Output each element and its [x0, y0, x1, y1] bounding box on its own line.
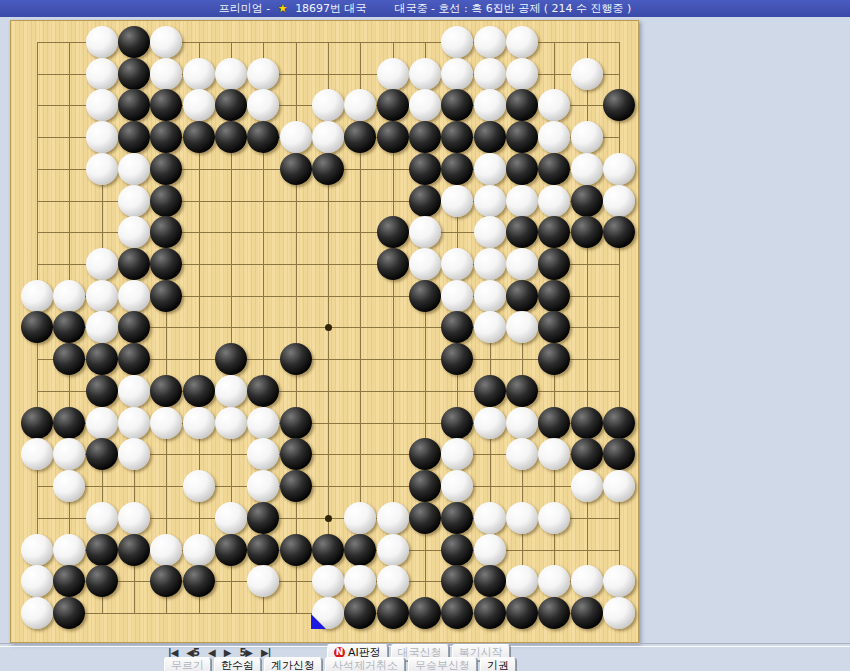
white-stone [441, 470, 473, 502]
white-stone [571, 121, 603, 153]
white-stone [312, 565, 344, 597]
white-stone [247, 438, 279, 470]
black-stone [441, 121, 473, 153]
black-stone [506, 280, 538, 312]
white-stone [474, 58, 506, 90]
black-stone [118, 343, 150, 375]
white-stone [538, 502, 570, 534]
black-stone [377, 89, 409, 121]
black-stone [409, 597, 441, 629]
black-stone [118, 89, 150, 121]
white-stone [538, 185, 570, 217]
white-stone [538, 121, 570, 153]
white-stone [441, 248, 473, 280]
white-stone [215, 502, 247, 534]
white-stone [344, 502, 376, 534]
button-label: 한수쉼 [221, 659, 254, 671]
black-stone [474, 565, 506, 597]
black-stone [571, 185, 603, 217]
white-stone [247, 470, 279, 502]
black-stone [538, 248, 570, 280]
black-stone [21, 311, 53, 343]
white-stone [506, 407, 538, 439]
black-stone [603, 89, 635, 121]
white-stone [215, 407, 247, 439]
nav-back[interactable]: ◀ [208, 647, 215, 658]
white-stone [538, 565, 570, 597]
black-stone [183, 565, 215, 597]
black-stone [538, 280, 570, 312]
white-stone [571, 470, 603, 502]
pass-button[interactable]: 한수쉼 [214, 657, 261, 671]
white-stone [538, 438, 570, 470]
white-stone [21, 597, 53, 629]
black-stone [441, 343, 473, 375]
black-stone [538, 153, 570, 185]
black-stone [118, 58, 150, 90]
black-stone [506, 153, 538, 185]
grid-line-h [37, 486, 620, 487]
black-stone [441, 89, 473, 121]
white-stone [21, 534, 53, 566]
black-stone [215, 121, 247, 153]
white-stone [506, 185, 538, 217]
black-stone [150, 248, 182, 280]
white-stone [474, 216, 506, 248]
white-stone [118, 216, 150, 248]
black-stone [506, 89, 538, 121]
white-stone [21, 438, 53, 470]
white-stone [441, 438, 473, 470]
white-stone [118, 502, 150, 534]
black-stone [53, 565, 85, 597]
black-stone [377, 248, 409, 280]
white-stone [86, 121, 118, 153]
black-stone [409, 121, 441, 153]
white-stone [441, 185, 473, 217]
white-stone [441, 26, 473, 58]
black-stone [603, 438, 635, 470]
white-stone [603, 597, 635, 629]
black-stone [280, 438, 312, 470]
black-stone [150, 375, 182, 407]
black-stone [538, 407, 570, 439]
white-stone [280, 121, 312, 153]
button-label: 사석제거취소 [332, 659, 398, 671]
black-stone [474, 375, 506, 407]
white-stone [215, 375, 247, 407]
room-label: 프리미엄 - [219, 0, 270, 17]
black-stone [377, 216, 409, 248]
black-stone [441, 534, 473, 566]
black-stone [441, 311, 473, 343]
black-stone [86, 534, 118, 566]
white-stone [247, 407, 279, 439]
white-stone [215, 58, 247, 90]
white-stone [86, 248, 118, 280]
last-move-marker [311, 614, 326, 629]
white-stone [571, 58, 603, 90]
black-stone [538, 216, 570, 248]
black-stone [118, 534, 150, 566]
black-stone [409, 438, 441, 470]
white-stone [150, 26, 182, 58]
white-stone [118, 185, 150, 217]
white-stone [441, 58, 473, 90]
black-stone [344, 597, 376, 629]
black-stone [150, 153, 182, 185]
white-stone [474, 534, 506, 566]
white-stone [377, 534, 409, 566]
white-stone [150, 407, 182, 439]
black-stone [506, 121, 538, 153]
black-stone [150, 565, 182, 597]
title-bar: 프리미엄 - ★ 18697번 대국 대국중 - 호선 : 흑 6집반 공제 (… [0, 0, 850, 17]
black-stone [118, 26, 150, 58]
black-stone [183, 375, 215, 407]
black-stone [247, 375, 279, 407]
white-stone [86, 58, 118, 90]
black-stone [441, 565, 473, 597]
black-stone [506, 597, 538, 629]
white-stone [409, 89, 441, 121]
white-stone [474, 89, 506, 121]
black-stone [53, 311, 85, 343]
white-stone [409, 216, 441, 248]
black-stone [409, 153, 441, 185]
white-stone [118, 153, 150, 185]
white-stone [474, 185, 506, 217]
black-stone [538, 311, 570, 343]
black-stone [247, 121, 279, 153]
black-stone [150, 216, 182, 248]
black-stone [312, 153, 344, 185]
white-stone [506, 311, 538, 343]
button-label: 기권 [487, 659, 509, 671]
black-stone [150, 121, 182, 153]
white-stone [441, 280, 473, 312]
dead-stone-cancel-button[interactable]: 사석제거취소 [325, 657, 405, 671]
white-stone [312, 121, 344, 153]
black-stone [118, 248, 150, 280]
black-stone [538, 343, 570, 375]
premium-badge-icon: ★ [276, 2, 289, 15]
black-stone [571, 438, 603, 470]
white-stone [344, 89, 376, 121]
black-stone [377, 597, 409, 629]
black-stone [86, 375, 118, 407]
grid-line-v [619, 42, 620, 614]
black-stone [280, 343, 312, 375]
white-stone [21, 565, 53, 597]
white-stone [53, 534, 85, 566]
white-stone [21, 280, 53, 312]
black-stone [280, 153, 312, 185]
black-stone [150, 185, 182, 217]
white-stone [118, 280, 150, 312]
black-stone [150, 89, 182, 121]
button-row-2: 무르기한수쉼계가신청사석제거취소무승부신청기권 [164, 657, 516, 671]
black-stone [215, 534, 247, 566]
white-stone [538, 89, 570, 121]
black-stone [441, 407, 473, 439]
black-stone [280, 470, 312, 502]
white-stone [247, 89, 279, 121]
undo-button[interactable]: 무르기 [164, 657, 211, 671]
white-stone [377, 565, 409, 597]
black-stone [150, 280, 182, 312]
white-stone [474, 280, 506, 312]
black-stone [571, 597, 603, 629]
white-stone [474, 248, 506, 280]
black-stone [603, 216, 635, 248]
white-stone [474, 502, 506, 534]
white-stone [86, 502, 118, 534]
nav-first[interactable]: |◀ [168, 647, 177, 658]
black-stone [571, 216, 603, 248]
black-stone [474, 121, 506, 153]
white-stone [118, 438, 150, 470]
white-stone [377, 502, 409, 534]
white-stone [506, 58, 538, 90]
black-stone [118, 311, 150, 343]
black-stone [86, 343, 118, 375]
white-stone [344, 565, 376, 597]
button-label: 무르기 [171, 659, 204, 671]
star-point [325, 324, 332, 331]
black-stone [441, 153, 473, 185]
black-stone [506, 216, 538, 248]
draw-request-button[interactable]: 무승부신청 [408, 657, 477, 671]
white-stone [312, 89, 344, 121]
black-stone [409, 185, 441, 217]
black-stone [344, 534, 376, 566]
black-stone [21, 407, 53, 439]
black-stone [603, 407, 635, 439]
white-stone [506, 26, 538, 58]
white-stone [86, 89, 118, 121]
black-stone [409, 280, 441, 312]
white-stone [506, 438, 538, 470]
nav-forward5[interactable]: 5▶ [239, 647, 252, 658]
nav-last[interactable]: ▶| [261, 647, 270, 658]
black-stone [441, 502, 473, 534]
white-stone [183, 470, 215, 502]
button-label: 계가신청 [271, 659, 315, 671]
white-stone [86, 26, 118, 58]
white-stone [474, 407, 506, 439]
go-board[interactable] [10, 20, 639, 643]
white-stone [506, 565, 538, 597]
white-stone [247, 58, 279, 90]
white-stone [409, 248, 441, 280]
black-stone [280, 534, 312, 566]
white-stone [474, 311, 506, 343]
black-stone [409, 470, 441, 502]
scoring-request-button[interactable]: 계가신청 [264, 657, 322, 671]
game-number: 18697번 대국 [295, 0, 367, 17]
white-stone [118, 375, 150, 407]
black-stone [215, 343, 247, 375]
white-stone [474, 153, 506, 185]
star-point [325, 515, 332, 522]
black-stone [86, 438, 118, 470]
black-stone [538, 597, 570, 629]
black-stone [53, 343, 85, 375]
white-stone [603, 153, 635, 185]
black-stone [344, 121, 376, 153]
black-stone [506, 375, 538, 407]
white-stone [603, 565, 635, 597]
white-stone [183, 407, 215, 439]
white-stone [571, 153, 603, 185]
white-stone [183, 58, 215, 90]
white-stone [571, 565, 603, 597]
black-stone [474, 597, 506, 629]
white-stone [150, 58, 182, 90]
black-stone [215, 89, 247, 121]
black-stone [312, 534, 344, 566]
black-stone [571, 407, 603, 439]
black-stone [53, 407, 85, 439]
white-stone [377, 58, 409, 90]
white-stone [506, 502, 538, 534]
game-status: 대국중 - 호선 : 흑 6집반 공제 ( 214 수 진행중 ) [395, 0, 632, 17]
black-stone [183, 121, 215, 153]
white-stone [150, 534, 182, 566]
white-stone [474, 26, 506, 58]
nav-forward[interactable]: ▶ [224, 647, 231, 658]
white-stone [118, 407, 150, 439]
white-stone [506, 248, 538, 280]
black-stone [377, 121, 409, 153]
white-stone [53, 280, 85, 312]
white-stone [53, 438, 85, 470]
black-stone [409, 502, 441, 534]
white-stone [86, 311, 118, 343]
black-stone [247, 534, 279, 566]
white-stone [603, 470, 635, 502]
black-stone [118, 121, 150, 153]
nav-back5[interactable]: ◀5 [186, 647, 199, 658]
white-stone [183, 89, 215, 121]
resign-button[interactable]: 기권 [480, 657, 516, 671]
white-stone [603, 185, 635, 217]
black-stone [280, 407, 312, 439]
black-stone [53, 597, 85, 629]
black-stone [441, 597, 473, 629]
white-stone [247, 565, 279, 597]
white-stone [86, 407, 118, 439]
button-label: 무승부신청 [415, 659, 470, 671]
black-stone [247, 502, 279, 534]
white-stone [53, 470, 85, 502]
black-stone [86, 565, 118, 597]
white-stone [183, 534, 215, 566]
white-stone [86, 153, 118, 185]
white-stone [86, 280, 118, 312]
white-stone [409, 58, 441, 90]
